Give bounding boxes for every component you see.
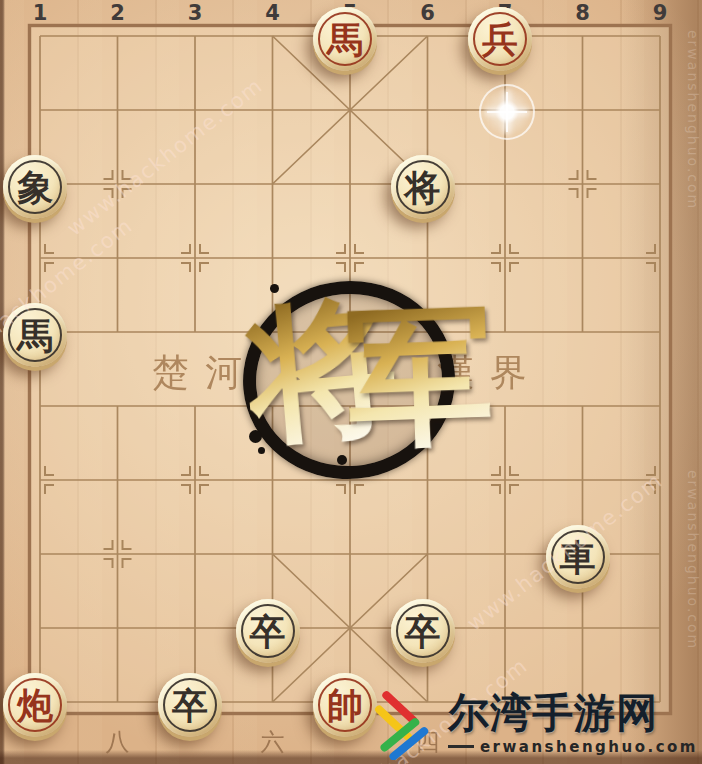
black-chariot-glyph: 車 [546,525,610,589]
black-horse-glyph: 馬 [3,303,67,367]
top-coord-6: 6 [420,1,435,25]
black-soldier-glyph: 卒 [236,599,300,663]
red-cannon-glyph: 炮 [3,673,67,737]
red-general[interactable]: 帥 [313,673,377,737]
black-soldier-glyph: 卒 [158,673,222,737]
red-soldier-glyph: 兵 [468,7,532,71]
red-soldier[interactable]: 兵 [468,7,532,71]
black-general[interactable]: 将 [391,155,455,219]
ink-splatter-dot [337,455,347,465]
black-horse[interactable]: 馬 [3,303,67,367]
black-general-glyph: 将 [391,155,455,219]
file-label-八: 八 [106,726,130,758]
black-elephant-glyph: 象 [3,155,67,219]
black-soldier-glyph: 卒 [391,599,455,663]
red-general-glyph: 帥 [313,673,377,737]
site-badge-icon [372,688,444,760]
red-cannon[interactable]: 炮 [3,673,67,737]
black-soldier[interactable]: 卒 [236,599,300,663]
river-text-left: 楚河 [152,348,258,398]
black-soldier[interactable]: 卒 [158,673,222,737]
top-coord-1: 1 [33,1,48,25]
xiangqi-screenshot: 123456789 八六四 楚河 漢界 将 军 馬兵象将馬車卒卒炮卒帥 www.… [0,0,702,764]
file-label-六: 六 [261,726,285,758]
badge-dash [448,745,474,748]
black-chariot[interactable]: 車 [546,525,610,589]
site-badge-url: erwanshenghuo.com [480,738,698,756]
site-badge-title: 尔湾手游网 [448,692,658,735]
top-coord-4: 4 [265,1,280,25]
top-coord-3: 3 [188,1,203,25]
top-coord-9: 9 [653,1,668,25]
black-soldier[interactable]: 卒 [391,599,455,663]
red-horse-glyph: 馬 [313,7,377,71]
site-badge: 尔湾手游网 erwanshenghuo.com [372,688,698,760]
sparkle-highlight-effect [479,84,535,140]
red-horse[interactable]: 馬 [313,7,377,71]
top-coord-2: 2 [110,1,125,25]
logo-character-jun: 军 [343,299,496,452]
black-elephant[interactable]: 象 [3,155,67,219]
top-coord-8: 8 [575,1,590,25]
